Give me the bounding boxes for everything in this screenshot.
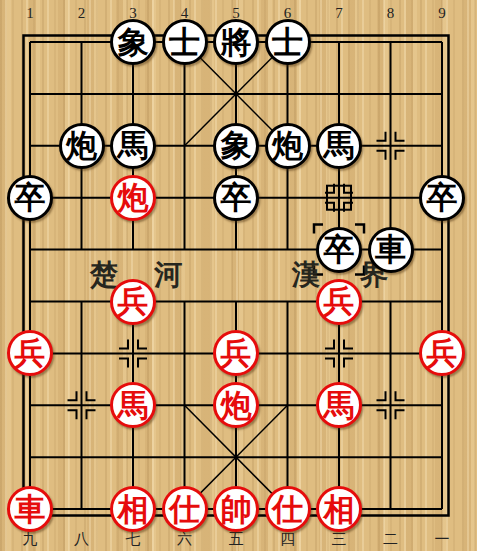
piece-black-general[interactable]: 將 <box>213 19 259 65</box>
file-label-bottom-7: 三 <box>329 531 349 547</box>
piece-black-horse[interactable]: 馬 <box>110 123 156 169</box>
piece-red-soldier[interactable]: 兵 <box>316 279 362 325</box>
file-label-bottom-2: 八 <box>72 531 92 547</box>
file-label-top-8: 8 <box>381 5 401 21</box>
piece-black-soldier[interactable]: 卒 <box>419 175 465 221</box>
river-char: 楚 <box>90 259 118 291</box>
piece-black-elephant[interactable]: 象 <box>213 123 259 169</box>
piece-red-cannon[interactable]: 炮 <box>213 382 259 428</box>
file-label-top-7: 7 <box>329 5 349 21</box>
file-label-bottom-8: 二 <box>381 531 401 547</box>
piece-black-soldier[interactable]: 卒 <box>316 227 362 273</box>
piece-black-horse[interactable]: 馬 <box>316 123 362 169</box>
file-label-bottom-6: 四 <box>278 531 298 547</box>
piece-red-elephant[interactable]: 相 <box>110 486 156 532</box>
file-label-top-2: 2 <box>72 5 92 21</box>
file-label-bottom-4: 六 <box>175 531 195 547</box>
piece-black-advisor[interactable]: 士 <box>162 19 208 65</box>
piece-black-soldier[interactable]: 卒 <box>7 175 53 221</box>
piece-black-soldier[interactable]: 卒 <box>213 175 259 221</box>
river-char: 河 <box>154 259 182 291</box>
piece-red-soldier[interactable]: 兵 <box>110 279 156 325</box>
river-char: 漢 <box>292 259 320 291</box>
file-label-bottom-5: 五 <box>226 531 246 547</box>
piece-red-horse[interactable]: 馬 <box>110 382 156 428</box>
piece-black-advisor[interactable]: 士 <box>265 19 311 65</box>
piece-red-advisor[interactable]: 仕 <box>162 486 208 532</box>
file-label-bottom-1: 九 <box>20 531 40 547</box>
xiangqi-board: 楚 河 漢 界 123456789九八七六五四三二一 象士將士炮馬象炮馬卒卒卒卒… <box>0 0 477 551</box>
piece-red-chariot[interactable]: 車 <box>7 486 53 532</box>
piece-red-elephant[interactable]: 相 <box>316 486 362 532</box>
file-label-top-1: 1 <box>20 5 40 21</box>
file-label-bottom-3: 七 <box>123 531 143 547</box>
piece-red-general[interactable]: 帥 <box>213 486 259 532</box>
file-label-bottom-9: 一 <box>432 531 452 547</box>
piece-red-advisor[interactable]: 仕 <box>265 486 311 532</box>
piece-black-chariot[interactable]: 車 <box>368 227 414 273</box>
piece-red-horse[interactable]: 馬 <box>316 382 362 428</box>
board-grid <box>0 0 477 551</box>
piece-black-cannon[interactable]: 炮 <box>265 123 311 169</box>
file-label-top-9: 9 <box>432 5 452 21</box>
piece-red-cannon[interactable]: 炮 <box>110 175 156 221</box>
piece-black-elephant[interactable]: 象 <box>110 19 156 65</box>
piece-black-cannon[interactable]: 炮 <box>59 123 105 169</box>
